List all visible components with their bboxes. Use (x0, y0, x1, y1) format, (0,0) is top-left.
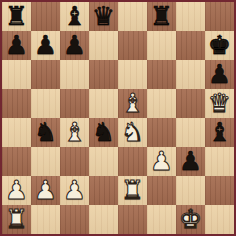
square-b6[interactable] (31, 60, 60, 89)
square-b8[interactable] (31, 2, 60, 31)
square-a8[interactable]: ♜ (2, 2, 31, 31)
square-f2[interactable] (147, 176, 176, 205)
square-g4[interactable] (176, 118, 205, 147)
square-g6[interactable] (176, 60, 205, 89)
square-h4[interactable]: ♝ (205, 118, 234, 147)
square-h7[interactable]: ♚ (205, 31, 234, 60)
white-pawn-piece[interactable]: ♟ (34, 176, 57, 205)
square-c4[interactable]: ♝ (60, 118, 89, 147)
square-h8[interactable] (205, 2, 234, 31)
square-e4[interactable]: ♞ (118, 118, 147, 147)
square-a6[interactable] (2, 60, 31, 89)
white-bishop-piece[interactable]: ♝ (121, 89, 144, 118)
white-bishop-piece[interactable]: ♝ (63, 118, 86, 147)
square-b4[interactable]: ♞ (31, 118, 60, 147)
square-d5[interactable] (89, 89, 118, 118)
square-h2[interactable] (205, 176, 234, 205)
square-a4[interactable] (2, 118, 31, 147)
square-b7[interactable]: ♟ (31, 31, 60, 60)
black-pawn-piece[interactable]: ♟ (179, 147, 202, 176)
black-pawn-piece[interactable]: ♟ (63, 31, 86, 60)
square-b2[interactable]: ♟ (31, 176, 60, 205)
white-rook-piece[interactable]: ♜ (5, 205, 28, 234)
square-c1[interactable] (60, 205, 89, 234)
square-h5[interactable]: ♛ (205, 89, 234, 118)
square-c2[interactable]: ♟ (60, 176, 89, 205)
square-d8[interactable]: ♛ (89, 2, 118, 31)
black-rook-piece[interactable]: ♜ (5, 2, 28, 31)
square-d4[interactable]: ♞ (89, 118, 118, 147)
white-pawn-piece[interactable]: ♟ (63, 176, 86, 205)
square-c8[interactable]: ♝ (60, 2, 89, 31)
square-a3[interactable] (2, 147, 31, 176)
square-e7[interactable] (118, 31, 147, 60)
square-e8[interactable] (118, 2, 147, 31)
square-a7[interactable]: ♟ (2, 31, 31, 60)
square-c7[interactable]: ♟ (60, 31, 89, 60)
chess-board: ♜♝♛♜♟♟♟♚♟♝♛♞♝♞♞♝♟♟♟♟♟♜♜♚ (2, 2, 234, 234)
black-pawn-piece[interactable]: ♟ (208, 60, 231, 89)
square-e5[interactable]: ♝ (118, 89, 147, 118)
black-bishop-piece[interactable]: ♝ (208, 118, 231, 147)
square-f7[interactable] (147, 31, 176, 60)
square-g8[interactable] (176, 2, 205, 31)
white-knight-piece[interactable]: ♞ (121, 118, 144, 147)
square-h6[interactable]: ♟ (205, 60, 234, 89)
square-a5[interactable] (2, 89, 31, 118)
board-frame: ♜♝♛♜♟♟♟♚♟♝♛♞♝♞♞♝♟♟♟♟♟♜♜♚ (0, 0, 236, 236)
white-queen-piece[interactable]: ♛ (208, 89, 231, 118)
square-f6[interactable] (147, 60, 176, 89)
square-e1[interactable] (118, 205, 147, 234)
square-f4[interactable] (147, 118, 176, 147)
square-d6[interactable] (89, 60, 118, 89)
square-g3[interactable]: ♟ (176, 147, 205, 176)
square-h3[interactable] (205, 147, 234, 176)
square-b5[interactable] (31, 89, 60, 118)
black-king-piece[interactable]: ♚ (208, 31, 231, 60)
square-f1[interactable] (147, 205, 176, 234)
black-knight-piece[interactable]: ♞ (92, 118, 115, 147)
square-d7[interactable] (89, 31, 118, 60)
square-e3[interactable] (118, 147, 147, 176)
white-king-piece[interactable]: ♚ (179, 205, 202, 234)
square-b3[interactable] (31, 147, 60, 176)
square-d2[interactable] (89, 176, 118, 205)
square-c6[interactable] (60, 60, 89, 89)
square-b1[interactable] (31, 205, 60, 234)
square-d1[interactable] (89, 205, 118, 234)
black-rook-piece[interactable]: ♜ (150, 2, 173, 31)
white-pawn-piece[interactable]: ♟ (5, 176, 28, 205)
square-g5[interactable] (176, 89, 205, 118)
square-g1[interactable]: ♚ (176, 205, 205, 234)
square-f3[interactable]: ♟ (147, 147, 176, 176)
square-g2[interactable] (176, 176, 205, 205)
square-e2[interactable]: ♜ (118, 176, 147, 205)
square-d3[interactable] (89, 147, 118, 176)
black-bishop-piece[interactable]: ♝ (63, 2, 86, 31)
white-rook-piece[interactable]: ♜ (121, 176, 144, 205)
black-pawn-piece[interactable]: ♟ (34, 31, 57, 60)
square-c5[interactable] (60, 89, 89, 118)
square-a1[interactable]: ♜ (2, 205, 31, 234)
square-a2[interactable]: ♟ (2, 176, 31, 205)
white-pawn-piece[interactable]: ♟ (150, 147, 173, 176)
black-knight-piece[interactable]: ♞ (34, 118, 57, 147)
black-queen-piece[interactable]: ♛ (92, 2, 115, 31)
square-h1[interactable] (205, 205, 234, 234)
square-g7[interactable] (176, 31, 205, 60)
black-pawn-piece[interactable]: ♟ (5, 31, 28, 60)
square-e6[interactable] (118, 60, 147, 89)
square-c3[interactable] (60, 147, 89, 176)
square-f5[interactable] (147, 89, 176, 118)
square-f8[interactable]: ♜ (147, 2, 176, 31)
